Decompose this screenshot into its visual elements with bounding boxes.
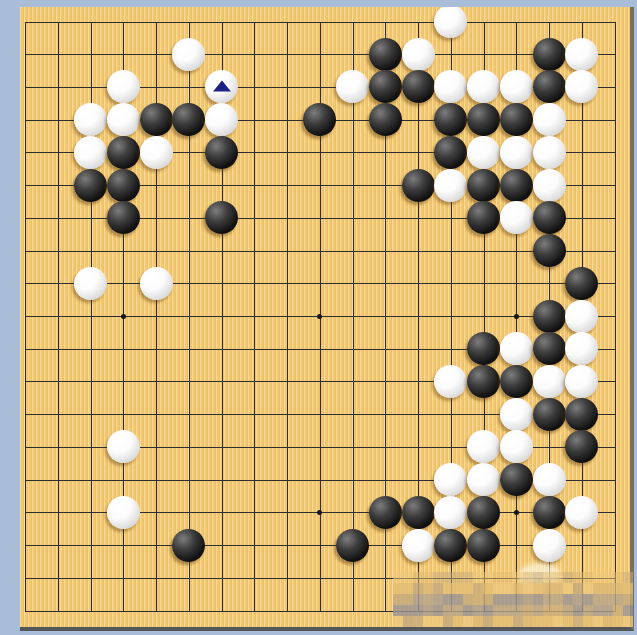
watermark-pixel-block xyxy=(493,594,503,605)
watermark-pixel-block xyxy=(563,583,573,594)
watermark-pixel-block xyxy=(543,594,553,605)
stone-white[interactable] xyxy=(467,136,500,169)
stone-black[interactable] xyxy=(369,496,402,529)
stone-white[interactable] xyxy=(533,463,566,496)
stone-white[interactable] xyxy=(107,430,140,463)
watermark-pixel-block xyxy=(613,605,623,616)
watermark-pixel-block xyxy=(503,616,513,627)
stone-white[interactable] xyxy=(434,70,467,103)
watermark-pixel-block xyxy=(433,583,443,594)
stone-black[interactable] xyxy=(140,103,173,136)
stone-black[interactable] xyxy=(533,70,566,103)
watermark-pixel-block xyxy=(543,616,553,627)
watermark-pixel-block xyxy=(533,616,543,627)
watermark-pixel-block xyxy=(593,616,603,627)
watermark-pixel-block xyxy=(413,616,423,627)
watermark-pixel-block xyxy=(413,583,423,594)
watermark-pixel-block xyxy=(393,572,403,583)
watermark-pixel-block xyxy=(493,572,503,583)
watermark-pixel-block xyxy=(413,572,423,583)
stone-black[interactable] xyxy=(467,201,500,234)
watermark-pixel-block xyxy=(603,572,613,583)
watermark-pixel-block xyxy=(453,605,463,616)
stone-white[interactable] xyxy=(565,365,598,398)
stone-white[interactable] xyxy=(565,332,598,365)
watermark-pixel-block xyxy=(583,616,593,627)
watermark-pixel-block xyxy=(443,605,453,616)
stone-black[interactable] xyxy=(533,496,566,529)
stone-black[interactable] xyxy=(533,201,566,234)
stone-black[interactable] xyxy=(500,463,533,496)
stone-white[interactable] xyxy=(565,38,598,71)
watermark-pixel-block xyxy=(393,583,403,594)
watermark-pixel-block xyxy=(413,605,423,616)
stone-black[interactable] xyxy=(467,496,500,529)
watermark-pixel-block xyxy=(513,616,523,627)
watermark-pixel-block xyxy=(393,616,403,627)
stone-black[interactable] xyxy=(467,365,500,398)
stone-white[interactable] xyxy=(500,398,533,431)
stone-white[interactable] xyxy=(74,103,107,136)
stone-black[interactable] xyxy=(369,103,402,136)
watermark-pixel-block xyxy=(553,583,563,594)
watermark-pixel-block xyxy=(533,572,543,583)
stone-white[interactable] xyxy=(500,136,533,169)
stone-black[interactable] xyxy=(500,169,533,202)
watermark-pixel-block xyxy=(473,594,483,605)
stone-white[interactable] xyxy=(533,169,566,202)
stone-white[interactable] xyxy=(140,267,173,300)
stone-black[interactable] xyxy=(467,169,500,202)
watermark-pixel-block xyxy=(413,594,423,605)
stone-black[interactable] xyxy=(336,529,369,562)
watermark-pixel-block xyxy=(473,583,483,594)
watermark-pixel-block xyxy=(473,605,483,616)
stone-white[interactable] xyxy=(434,169,467,202)
stone-black[interactable] xyxy=(205,136,238,169)
stone-black[interactable] xyxy=(533,332,566,365)
watermark-pixel-block xyxy=(483,605,493,616)
stone-black[interactable] xyxy=(205,201,238,234)
watermark-pixel-block xyxy=(503,583,513,594)
watermark-pixel-block xyxy=(603,605,613,616)
stone-black[interactable] xyxy=(172,103,205,136)
watermark-pixel-block xyxy=(533,594,543,605)
stone-white[interactable] xyxy=(500,70,533,103)
watermark-pixel-block xyxy=(423,572,433,583)
watermark-pixel-block xyxy=(463,572,473,583)
watermark-pixel-block xyxy=(483,583,493,594)
watermark-pixel-block xyxy=(423,616,433,627)
stone-black[interactable] xyxy=(533,234,566,267)
watermark-pixel-block xyxy=(513,583,523,594)
grid-line-vertical xyxy=(353,22,354,611)
stone-black[interactable] xyxy=(500,365,533,398)
watermark-pixel-block xyxy=(423,594,433,605)
stone-black[interactable] xyxy=(107,201,140,234)
stone-black[interactable] xyxy=(565,398,598,431)
stone-white[interactable] xyxy=(434,496,467,529)
stone-black[interactable] xyxy=(369,70,402,103)
stone-black[interactable] xyxy=(467,103,500,136)
stone-black[interactable] xyxy=(402,496,435,529)
watermark-pixel-block xyxy=(573,572,583,583)
stone-white[interactable] xyxy=(467,430,500,463)
stone-black[interactable] xyxy=(107,136,140,169)
watermark-pixel-block xyxy=(523,605,533,616)
watermark-pixel-block xyxy=(393,605,403,616)
stone-white[interactable] xyxy=(533,365,566,398)
watermark-pixel-block xyxy=(593,605,603,616)
watermark-pixel-block xyxy=(423,605,433,616)
stone-white[interactable] xyxy=(205,103,238,136)
watermark-pixel-block xyxy=(483,616,493,627)
watermark-pixel-block xyxy=(503,605,513,616)
watermark-pixel-block xyxy=(563,605,573,616)
watermark-pixel-block xyxy=(603,594,613,605)
stone-white[interactable] xyxy=(565,70,598,103)
watermark-pixel-block xyxy=(503,572,513,583)
watermark-pixel-block xyxy=(523,616,533,627)
stone-white[interactable] xyxy=(467,463,500,496)
watermark-pixel-block xyxy=(613,616,623,627)
stone-white[interactable] xyxy=(172,38,205,71)
stone-white[interactable] xyxy=(107,70,140,103)
stone-white[interactable] xyxy=(434,7,467,38)
stone-white[interactable] xyxy=(107,496,140,529)
watermark-pixel-block xyxy=(453,572,463,583)
stone-black[interactable] xyxy=(565,267,598,300)
watermark-pixel-block xyxy=(473,572,483,583)
watermark-pixel-block xyxy=(523,583,533,594)
watermark-pixel-block xyxy=(533,605,543,616)
stone-black[interactable] xyxy=(107,169,140,202)
stone-black[interactable] xyxy=(467,332,500,365)
watermark-pixel-block xyxy=(463,616,473,627)
watermark-pixel-block xyxy=(513,605,523,616)
stone-black[interactable] xyxy=(434,529,467,562)
stone-black[interactable] xyxy=(533,38,566,71)
go-board[interactable] xyxy=(20,7,634,631)
stone-black[interactable] xyxy=(500,103,533,136)
stone-white[interactable] xyxy=(402,38,435,71)
stone-white[interactable] xyxy=(434,365,467,398)
watermark-pixel-block xyxy=(623,572,633,583)
watermark-pixel-block xyxy=(463,583,473,594)
watermark-pixel-block xyxy=(553,616,563,627)
watermark-pixel-block xyxy=(433,572,443,583)
last-move-triangle-marker xyxy=(213,80,231,91)
stone-white[interactable] xyxy=(74,267,107,300)
watermark-pixel-block xyxy=(623,605,633,616)
stone-black[interactable] xyxy=(565,430,598,463)
watermark-pixel-block xyxy=(433,616,443,627)
watermark-pixel-block xyxy=(493,583,503,594)
watermark-pixel-block xyxy=(583,605,593,616)
watermark-pixel-block xyxy=(443,616,453,627)
watermark-pixel-block xyxy=(493,616,503,627)
stone-black[interactable] xyxy=(434,103,467,136)
watermark-pixel-block xyxy=(463,594,473,605)
watermark-pixel-block xyxy=(453,583,463,594)
watermark-pixel-block xyxy=(483,572,493,583)
watermark-pixel-block xyxy=(623,594,633,605)
stone-black[interactable] xyxy=(467,529,500,562)
watermark-pixel-block xyxy=(583,572,593,583)
stone-white[interactable] xyxy=(205,70,238,103)
watermark-pixel-block xyxy=(403,594,413,605)
watermark-pixel-block xyxy=(593,572,603,583)
watermark-pixel-block xyxy=(603,616,613,627)
stone-white[interactable] xyxy=(74,136,107,169)
stone-white[interactable] xyxy=(500,430,533,463)
star-point xyxy=(317,510,322,515)
stone-white[interactable] xyxy=(434,463,467,496)
stone-white[interactable] xyxy=(336,70,369,103)
watermark-pixel-block xyxy=(613,572,623,583)
stone-white[interactable] xyxy=(533,103,566,136)
watermark-pixel-block xyxy=(563,572,573,583)
watermark-pixel-block xyxy=(403,572,413,583)
stone-black[interactable] xyxy=(172,529,205,562)
stone-white[interactable] xyxy=(140,136,173,169)
stone-black[interactable] xyxy=(74,169,107,202)
watermark-pixel-block xyxy=(403,605,413,616)
watermark-pixel-block xyxy=(553,594,563,605)
stone-black[interactable] xyxy=(402,169,435,202)
watermark-pixel-block xyxy=(593,583,603,594)
watermark-pixel-block xyxy=(533,583,543,594)
watermark-pixel-block xyxy=(553,605,563,616)
star-point xyxy=(514,510,519,515)
stone-black[interactable] xyxy=(434,136,467,169)
watermark-pixel-block xyxy=(573,605,583,616)
watermark-pixel-block xyxy=(433,605,443,616)
watermark-pixel-block xyxy=(543,605,553,616)
watermark-pixel-block xyxy=(593,594,603,605)
watermark-pixel-block xyxy=(503,594,513,605)
watermark-pixel-block xyxy=(613,594,623,605)
stone-white[interactable] xyxy=(500,332,533,365)
stone-white[interactable] xyxy=(107,103,140,136)
stone-white[interactable] xyxy=(565,496,598,529)
watermark-pixel-block xyxy=(543,572,553,583)
watermark-pixel-block xyxy=(553,572,563,583)
grid-line-horizontal xyxy=(25,545,616,546)
watermark-pixel-block xyxy=(573,583,583,594)
watermark-pixel-block xyxy=(393,594,403,605)
grid-line-vertical xyxy=(615,22,616,611)
stone-black[interactable] xyxy=(369,38,402,71)
watermark-pixel-block xyxy=(523,572,533,583)
watermark-pixel-block xyxy=(543,583,553,594)
star-point xyxy=(121,314,126,319)
watermark-pixel-block xyxy=(513,572,523,583)
watermark-pixel-block xyxy=(453,594,463,605)
watermark-pixel-block xyxy=(453,616,463,627)
stone-black[interactable] xyxy=(303,103,336,136)
watermark-pixel-block xyxy=(623,583,633,594)
watermark-pixel-block xyxy=(443,583,453,594)
watermark-pixel-block xyxy=(583,594,593,605)
stone-black[interactable] xyxy=(533,300,566,333)
star-point xyxy=(514,314,519,319)
watermark-pixel-block xyxy=(513,594,523,605)
stone-white[interactable] xyxy=(565,300,598,333)
stone-white[interactable] xyxy=(533,529,566,562)
watermark-pixel-block xyxy=(583,583,593,594)
stone-white[interactable] xyxy=(500,201,533,234)
watermark-pixel-block xyxy=(483,594,493,605)
watermark xyxy=(393,572,633,627)
watermark-pixel-block xyxy=(563,594,573,605)
watermark-pixel-block xyxy=(563,616,573,627)
watermark-pixel-block xyxy=(603,583,613,594)
watermark-pixel-block xyxy=(443,594,453,605)
stone-white[interactable] xyxy=(402,529,435,562)
stone-black[interactable] xyxy=(402,70,435,103)
watermark-pixel-block xyxy=(403,616,413,627)
star-point xyxy=(317,314,322,319)
stone-black[interactable] xyxy=(533,398,566,431)
watermark-pixel-block xyxy=(613,583,623,594)
stone-white[interactable] xyxy=(467,70,500,103)
watermark-pixel-block xyxy=(493,605,503,616)
watermark-pixel-block xyxy=(443,572,453,583)
watermark-pixel-block xyxy=(433,594,443,605)
watermark-pixel-block xyxy=(523,594,533,605)
watermark-pixel-block xyxy=(573,616,583,627)
watermark-pixel-block xyxy=(623,616,633,627)
watermark-pixel-block xyxy=(473,616,483,627)
stone-white[interactable] xyxy=(533,136,566,169)
watermark-pixel-block xyxy=(423,583,433,594)
watermark-pixel-block xyxy=(463,605,473,616)
watermark-pixel-block xyxy=(403,583,413,594)
watermark-pixel-block xyxy=(573,594,583,605)
